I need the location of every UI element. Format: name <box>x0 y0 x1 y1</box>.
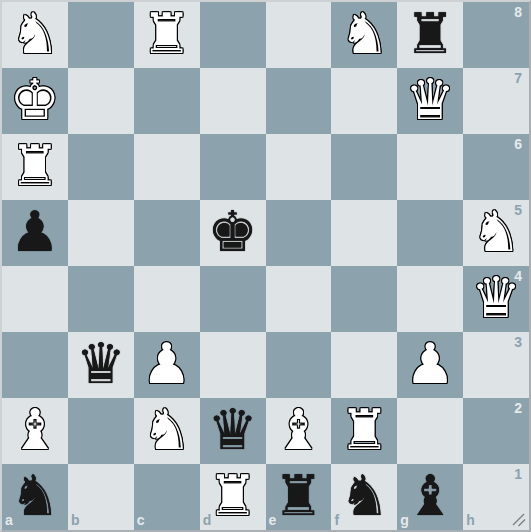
square-d2[interactable]: ♛ <box>200 398 266 464</box>
square-e3[interactable] <box>266 332 332 398</box>
rank-label-6: 6 <box>514 137 522 151</box>
piece-black-P-a5[interactable]: ♟ <box>10 204 60 260</box>
square-a3[interactable] <box>2 332 68 398</box>
piece-black-Q-b3[interactable]: ♛ <box>76 336 126 392</box>
square-b1[interactable]: b <box>68 464 134 530</box>
square-g8[interactable]: ♜ <box>397 2 463 68</box>
piece-white-P-g3[interactable]: ♟ <box>405 336 455 392</box>
piece-black-R-g8[interactable]: ♜ <box>405 6 455 62</box>
square-f1[interactable]: f♞ <box>331 464 397 530</box>
square-d6[interactable] <box>200 134 266 200</box>
square-h8[interactable]: 8 <box>463 2 529 68</box>
piece-white-R-f2[interactable]: ♜ <box>339 402 389 458</box>
square-e2[interactable]: ♝ <box>266 398 332 464</box>
piece-white-R-d1[interactable]: ♜ <box>207 468 257 524</box>
piece-black-B-g1[interactable]: ♝ <box>405 468 455 524</box>
board-frame: ♞♜♞♜8♚♛7♜6♟♚5♞4♛♛♟♟3♝♞♛♝♜2a♞bcd♜e♜f♞g♝1h <box>0 0 531 532</box>
square-f2[interactable]: ♜ <box>331 398 397 464</box>
piece-white-N-h5[interactable]: ♞ <box>471 204 521 260</box>
rank-label-7: 7 <box>514 71 522 85</box>
chess-board: ♞♜♞♜8♚♛7♜6♟♚5♞4♛♛♟♟3♝♞♛♝♜2a♞bcd♜e♜f♞g♝1h <box>2 2 529 530</box>
square-a1[interactable]: a♞ <box>2 464 68 530</box>
file-label-b: b <box>71 513 80 527</box>
square-d5[interactable]: ♚ <box>200 200 266 266</box>
square-f8[interactable]: ♞ <box>331 2 397 68</box>
square-a5[interactable]: ♟ <box>2 200 68 266</box>
square-a7[interactable]: ♚ <box>2 68 68 134</box>
square-b4[interactable] <box>68 266 134 332</box>
square-h4[interactable]: 4♛ <box>463 266 529 332</box>
board-resize-handle[interactable] <box>512 513 526 527</box>
square-g2[interactable] <box>397 398 463 464</box>
piece-white-Q-h4[interactable]: ♛ <box>471 270 521 326</box>
square-e8[interactable] <box>266 2 332 68</box>
file-label-h: h <box>466 513 475 527</box>
piece-white-N-f8[interactable]: ♞ <box>339 6 389 62</box>
square-d7[interactable] <box>200 68 266 134</box>
rank-label-2: 2 <box>514 401 522 415</box>
piece-white-Q-g7[interactable]: ♛ <box>405 72 455 128</box>
piece-black-N-a1[interactable]: ♞ <box>10 468 60 524</box>
piece-black-Q-d2[interactable]: ♛ <box>207 402 257 458</box>
square-c4[interactable] <box>134 266 200 332</box>
piece-white-B-a2[interactable]: ♝ <box>10 402 60 458</box>
square-a6[interactable]: ♜ <box>2 134 68 200</box>
square-g3[interactable]: ♟ <box>397 332 463 398</box>
square-a2[interactable]: ♝ <box>2 398 68 464</box>
piece-white-R-c8[interactable]: ♜ <box>142 6 192 62</box>
square-e4[interactable] <box>266 266 332 332</box>
square-f6[interactable] <box>331 134 397 200</box>
rank-label-3: 3 <box>514 335 522 349</box>
square-c1[interactable]: c <box>134 464 200 530</box>
square-e7[interactable] <box>266 68 332 134</box>
square-g1[interactable]: g♝ <box>397 464 463 530</box>
square-f5[interactable] <box>331 200 397 266</box>
rank-label-1: 1 <box>514 467 522 481</box>
square-h6[interactable]: 6 <box>463 134 529 200</box>
square-h3[interactable]: 3 <box>463 332 529 398</box>
square-d4[interactable] <box>200 266 266 332</box>
piece-black-R-e1[interactable]: ♜ <box>273 468 323 524</box>
square-e6[interactable] <box>266 134 332 200</box>
square-f3[interactable] <box>331 332 397 398</box>
square-g5[interactable] <box>397 200 463 266</box>
square-c6[interactable] <box>134 134 200 200</box>
square-c2[interactable]: ♞ <box>134 398 200 464</box>
piece-white-P-c3[interactable]: ♟ <box>142 336 192 392</box>
square-c7[interactable] <box>134 68 200 134</box>
piece-white-N-c2[interactable]: ♞ <box>142 402 192 458</box>
square-e1[interactable]: e♜ <box>266 464 332 530</box>
file-label-c: c <box>137 513 145 527</box>
piece-black-N-f1[interactable]: ♞ <box>339 468 389 524</box>
square-h7[interactable]: 7 <box>463 68 529 134</box>
piece-black-K-d5[interactable]: ♚ <box>207 204 257 260</box>
square-b5[interactable] <box>68 200 134 266</box>
square-d1[interactable]: d♜ <box>200 464 266 530</box>
square-d3[interactable] <box>200 332 266 398</box>
rank-label-8: 8 <box>514 5 522 19</box>
square-b3[interactable]: ♛ <box>68 332 134 398</box>
square-b2[interactable] <box>68 398 134 464</box>
square-c5[interactable] <box>134 200 200 266</box>
square-g7[interactable]: ♛ <box>397 68 463 134</box>
square-h2[interactable]: 2 <box>463 398 529 464</box>
square-b6[interactable] <box>68 134 134 200</box>
square-e5[interactable] <box>266 200 332 266</box>
piece-white-R-a6[interactable]: ♜ <box>10 138 60 194</box>
square-c8[interactable]: ♜ <box>134 2 200 68</box>
square-b8[interactable] <box>68 2 134 68</box>
piece-white-B-e2[interactable]: ♝ <box>273 402 323 458</box>
square-g6[interactable] <box>397 134 463 200</box>
square-d8[interactable] <box>200 2 266 68</box>
piece-white-N-a8[interactable]: ♞ <box>10 6 60 62</box>
square-f7[interactable] <box>331 68 397 134</box>
square-f4[interactable] <box>331 266 397 332</box>
square-b7[interactable] <box>68 68 134 134</box>
piece-white-K-a7[interactable]: ♚ <box>10 72 60 128</box>
square-c3[interactable]: ♟ <box>134 332 200 398</box>
square-a4[interactable] <box>2 266 68 332</box>
square-g4[interactable] <box>397 266 463 332</box>
square-h5[interactable]: 5♞ <box>463 200 529 266</box>
square-a8[interactable]: ♞ <box>2 2 68 68</box>
